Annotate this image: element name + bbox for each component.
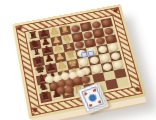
product-photo: ✾ ✾ ✾ ✾ ♜♟♟♜♞♟♟♞♝♟♟♝♛♟♟♛♚♟♟♚♝♟♟♝♞♟♟♞♜♟♟♜ [0, 0, 156, 120]
die [87, 50, 94, 56]
corner-rosette: ✾ [16, 26, 23, 33]
square-h1[interactable] [116, 77, 129, 88]
corner-rosette: ✾ [112, 8, 119, 15]
die [80, 51, 87, 57]
dark-checker [80, 75, 91, 84]
corner-rosette: ✾ [32, 107, 39, 115]
ornament-border: ✾ ✾ ✾ ✾ ♜♟♟♜♞♟♟♞♝♟♟♝♛♟♟♛♚♟♟♚♝♟♟♝♞♟♟♞♜♟♟♜ [15, 7, 143, 116]
corner-rosette: ✾ [134, 87, 142, 95]
dark-checker [64, 85, 75, 94]
